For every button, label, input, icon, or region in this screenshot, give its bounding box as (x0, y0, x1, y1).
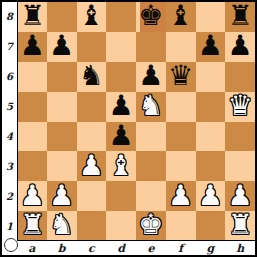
square-a3[interactable] (17, 151, 47, 181)
black-pawn: ♟ (228, 32, 253, 60)
square-f2[interactable]: ♟ (166, 181, 196, 211)
rank-label-4: 4 (2, 122, 17, 152)
square-a4[interactable] (17, 122, 47, 152)
square-c1[interactable] (77, 211, 107, 241)
square-c5[interactable] (77, 92, 107, 122)
square-d6[interactable] (106, 62, 136, 92)
white-knight: ♞ (49, 211, 74, 239)
square-d3[interactable]: ♝ (106, 151, 136, 181)
square-h4[interactable] (225, 122, 255, 152)
black-rook: ♜ (228, 2, 253, 30)
square-h5[interactable]: ♛ (225, 92, 255, 122)
black-pawn: ♟ (109, 122, 134, 150)
square-d8[interactable] (106, 2, 136, 32)
square-c8[interactable]: ♝ (77, 2, 107, 32)
rank-label-8: 8 (2, 2, 17, 32)
square-g1[interactable] (196, 211, 226, 241)
black-pawn: ♟ (20, 32, 45, 60)
white-pawn: ♟ (198, 181, 223, 209)
square-d7[interactable] (106, 32, 136, 62)
square-b4[interactable] (47, 122, 77, 152)
square-a7[interactable]: ♟ (17, 32, 47, 62)
square-g8[interactable] (196, 2, 226, 32)
white-pawn: ♟ (228, 181, 253, 209)
square-e1[interactable]: ♚ (136, 211, 166, 241)
file-label-a: a (17, 241, 47, 255)
square-f5[interactable] (166, 92, 196, 122)
rank-label-1: 1 (2, 211, 17, 241)
white-rook: ♜ (20, 211, 45, 239)
square-a5[interactable] (17, 92, 47, 122)
square-g7[interactable]: ♟ (196, 32, 226, 62)
square-g4[interactable] (196, 122, 226, 152)
white-to-move-indicator (4, 238, 18, 252)
rank-label-5: 5 (2, 92, 17, 122)
black-king: ♚ (138, 2, 163, 30)
square-e5[interactable]: ♞ (136, 92, 166, 122)
square-e8[interactable]: ♚ (136, 2, 166, 32)
rank-label-3: 3 (2, 151, 17, 181)
square-h6[interactable] (225, 62, 255, 92)
square-h3[interactable] (225, 151, 255, 181)
rank-label-7: 7 (2, 32, 17, 62)
white-rook: ♜ (228, 211, 253, 239)
square-g5[interactable] (196, 92, 226, 122)
square-g6[interactable] (196, 62, 226, 92)
square-e6[interactable]: ♟ (136, 62, 166, 92)
square-c3[interactable]: ♟ (77, 151, 107, 181)
black-bishop: ♝ (79, 2, 104, 30)
white-bishop: ♝ (109, 151, 134, 179)
black-pawn: ♟ (138, 62, 163, 90)
square-f1[interactable] (166, 211, 196, 241)
white-knight: ♞ (138, 92, 163, 120)
white-pawn: ♟ (20, 181, 45, 209)
square-e4[interactable] (136, 122, 166, 152)
square-a6[interactable] (17, 62, 47, 92)
square-f7[interactable] (166, 32, 196, 62)
square-g2[interactable]: ♟ (196, 181, 226, 211)
square-f6[interactable]: ♛ (166, 62, 196, 92)
square-a1[interactable]: ♜ (17, 211, 47, 241)
rank-label-2: 2 (2, 181, 17, 211)
square-b2[interactable]: ♟ (47, 181, 77, 211)
square-a2[interactable]: ♟ (17, 181, 47, 211)
black-pawn: ♟ (198, 32, 223, 60)
square-b6[interactable] (47, 62, 77, 92)
square-h1[interactable]: ♜ (225, 211, 255, 241)
square-h7[interactable]: ♟ (225, 32, 255, 62)
square-e2[interactable] (136, 181, 166, 211)
square-h2[interactable]: ♟ (225, 181, 255, 211)
chess-board-diagram: 8♜♝♚♝♜7♟♟♟♟6♞♟♛5♟♞♛4♟3♟♝2♟♟♟♟♟1♜♞♚♜abcde… (0, 0, 257, 257)
file-label-f: f (166, 241, 196, 255)
black-knight: ♞ (79, 62, 104, 90)
square-h8[interactable]: ♜ (225, 2, 255, 32)
file-label-d: d (106, 241, 136, 255)
white-pawn: ♟ (168, 181, 193, 209)
square-c7[interactable] (77, 32, 107, 62)
square-b7[interactable]: ♟ (47, 32, 77, 62)
square-d1[interactable] (106, 211, 136, 241)
square-a8[interactable]: ♜ (17, 2, 47, 32)
square-d5[interactable]: ♟ (106, 92, 136, 122)
black-rook: ♜ (20, 2, 45, 30)
square-f3[interactable] (166, 151, 196, 181)
white-queen: ♛ (228, 92, 253, 120)
square-b8[interactable] (47, 2, 77, 32)
square-c2[interactable] (77, 181, 107, 211)
file-label-g: g (196, 241, 226, 255)
square-g3[interactable] (196, 151, 226, 181)
rank-label-6: 6 (2, 62, 17, 92)
chess-board: 8♜♝♚♝♜7♟♟♟♟6♞♟♛5♟♞♛4♟3♟♝2♟♟♟♟♟1♜♞♚♜abcde… (2, 2, 255, 255)
white-pawn: ♟ (49, 181, 74, 209)
square-e7[interactable] (136, 32, 166, 62)
file-label-e: e (136, 241, 166, 255)
file-label-b: b (47, 241, 77, 255)
black-queen: ♛ (168, 62, 193, 90)
square-d4[interactable]: ♟ (106, 122, 136, 152)
square-e3[interactable] (136, 151, 166, 181)
black-pawn: ♟ (109, 92, 134, 120)
file-label-h: h (225, 241, 255, 255)
square-b3[interactable] (47, 151, 77, 181)
black-bishop: ♝ (168, 2, 193, 30)
black-pawn: ♟ (49, 32, 74, 60)
square-c4[interactable] (77, 122, 107, 152)
white-king: ♚ (138, 211, 163, 239)
square-b1[interactable]: ♞ (47, 211, 77, 241)
square-f8[interactable]: ♝ (166, 2, 196, 32)
square-d2[interactable] (106, 181, 136, 211)
file-label-c: c (77, 241, 107, 255)
white-pawn: ♟ (79, 151, 104, 179)
square-b5[interactable] (47, 92, 77, 122)
square-f4[interactable] (166, 122, 196, 152)
square-c6[interactable]: ♞ (77, 62, 107, 92)
